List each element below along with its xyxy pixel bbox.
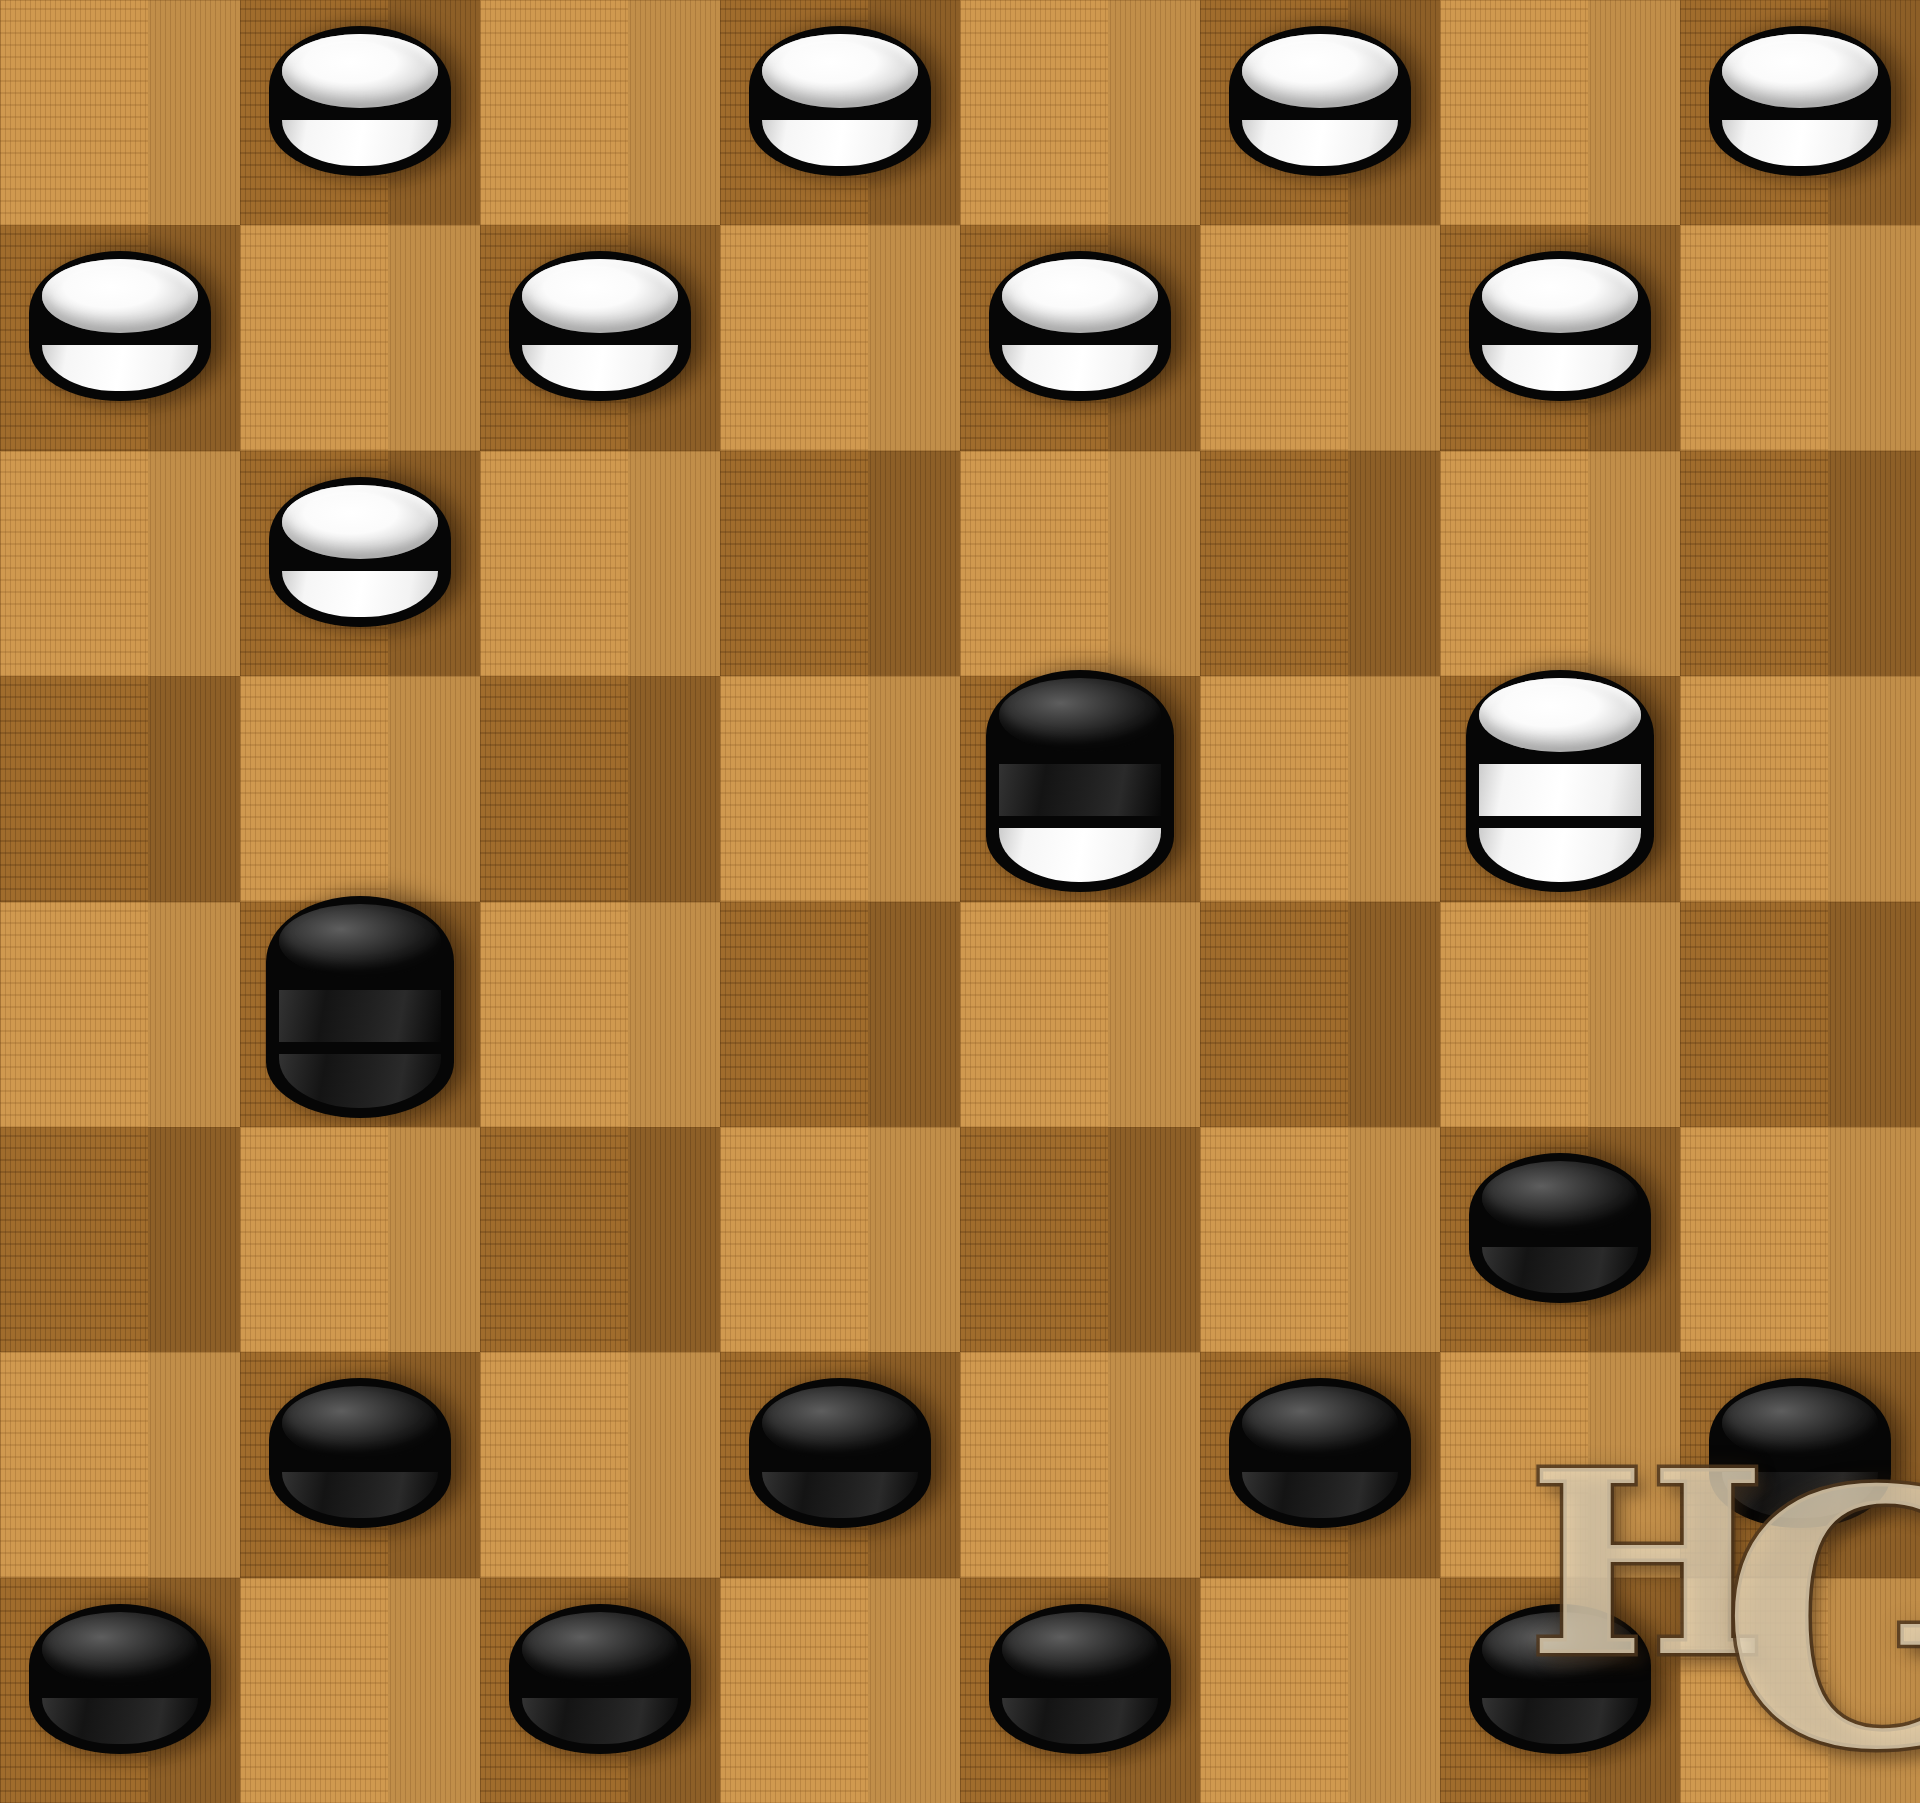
square-d1: [720, 1578, 961, 1803]
piece-white-b6[interactable]: [269, 477, 451, 627]
square-f4[interactable]: [1200, 902, 1441, 1128]
square-a5[interactable]: [0, 676, 241, 902]
square-c3[interactable]: [480, 1127, 721, 1353]
square-g4: [1440, 902, 1681, 1128]
white-disc-body: [282, 120, 438, 166]
piece-white-c7[interactable]: [509, 251, 691, 401]
black-disc-top-icon: [522, 1612, 678, 1686]
piece-black-over-white-e5[interactable]: [986, 670, 1174, 892]
square-b3: [240, 1127, 481, 1353]
square-a3[interactable]: [0, 1127, 241, 1353]
white-disc-body: [1479, 764, 1641, 816]
white-disc-top-icon: [1242, 34, 1398, 108]
piece-white-g7[interactable]: [1469, 251, 1651, 401]
white-disc-body: [1482, 345, 1638, 391]
black-disc-top-icon: [1482, 1161, 1638, 1235]
square-e2: [960, 1352, 1201, 1578]
square-f1: [1200, 1578, 1441, 1803]
square-h3: [1680, 1127, 1920, 1353]
piece-white-f8[interactable]: [1229, 26, 1411, 176]
white-disc-top-icon: [1722, 34, 1878, 108]
square-e6: [960, 451, 1201, 677]
piece-white-over-white-g5[interactable]: [1466, 670, 1654, 892]
white-disc-body: [1242, 120, 1398, 166]
square-g2: [1440, 1352, 1681, 1578]
square-h6[interactable]: [1680, 451, 1920, 677]
black-disc-body: [1722, 1472, 1878, 1518]
white-disc-top-icon: [1002, 259, 1158, 333]
square-f5: [1200, 676, 1441, 902]
piece-white-b8[interactable]: [269, 26, 451, 176]
square-b1: [240, 1578, 481, 1803]
black-disc-top-icon: [42, 1612, 198, 1686]
black-disc-top-icon: [279, 904, 441, 978]
white-disc-body: [282, 571, 438, 617]
piece-black-c1[interactable]: [509, 1604, 691, 1754]
square-f6[interactable]: [1200, 451, 1441, 677]
square-a2: [0, 1352, 241, 1578]
black-disc-body: [762, 1472, 918, 1518]
white-disc-top-icon: [1479, 678, 1641, 752]
black-disc-body: [1482, 1698, 1638, 1744]
square-g8: [1440, 0, 1681, 226]
black-disc-top-icon: [1722, 1386, 1878, 1460]
square-f7: [1200, 225, 1441, 451]
checkers-board: H G: [0, 0, 1920, 1803]
square-c5[interactable]: [480, 676, 721, 902]
piece-black-g3[interactable]: [1469, 1153, 1651, 1303]
piece-white-d8[interactable]: [749, 26, 931, 176]
black-disc-body: [1242, 1472, 1398, 1518]
black-disc-top-icon: [1482, 1612, 1638, 1686]
piece-black-g1[interactable]: [1469, 1604, 1651, 1754]
black-disc-body: [999, 764, 1161, 816]
square-h7: [1680, 225, 1920, 451]
black-disc-body: [282, 1472, 438, 1518]
white-disc-body: [999, 828, 1161, 882]
square-h4[interactable]: [1680, 902, 1920, 1128]
square-f3: [1200, 1127, 1441, 1353]
white-disc-top-icon: [282, 485, 438, 559]
piece-black-e1[interactable]: [989, 1604, 1171, 1754]
black-disc-top-icon: [999, 678, 1161, 752]
piece-white-h8[interactable]: [1709, 26, 1891, 176]
square-d5: [720, 676, 961, 902]
white-disc-body: [522, 345, 678, 391]
square-h5: [1680, 676, 1920, 902]
square-c8: [480, 0, 721, 226]
piece-black-b2[interactable]: [269, 1378, 451, 1528]
black-disc-body: [279, 990, 441, 1042]
square-a6: [0, 451, 241, 677]
square-a4: [0, 902, 241, 1128]
square-e8: [960, 0, 1201, 226]
square-c4: [480, 902, 721, 1128]
black-disc-top-icon: [762, 1386, 918, 1460]
square-b7: [240, 225, 481, 451]
black-disc-top-icon: [282, 1386, 438, 1460]
black-disc-body: [522, 1698, 678, 1744]
square-a8: [0, 0, 241, 226]
square-c2: [480, 1352, 721, 1578]
piece-white-e7[interactable]: [989, 251, 1171, 401]
square-b5: [240, 676, 481, 902]
white-disc-body: [762, 120, 918, 166]
square-e4: [960, 902, 1201, 1128]
piece-black-over-black-b4[interactable]: [266, 896, 454, 1118]
piece-black-a1[interactable]: [29, 1604, 211, 1754]
square-e3[interactable]: [960, 1127, 1201, 1353]
square-h1: [1680, 1578, 1920, 1803]
piece-black-d2[interactable]: [749, 1378, 931, 1528]
piece-black-f2[interactable]: [1229, 1378, 1411, 1528]
black-disc-body: [42, 1698, 198, 1744]
piece-black-h2[interactable]: [1709, 1378, 1891, 1528]
white-disc-body: [42, 345, 198, 391]
white-disc-top-icon: [522, 259, 678, 333]
white-disc-top-icon: [1482, 259, 1638, 333]
piece-white-a7[interactable]: [29, 251, 211, 401]
square-g6: [1440, 451, 1681, 677]
black-disc-top-icon: [1242, 1386, 1398, 1460]
square-d3: [720, 1127, 961, 1353]
white-disc-body: [1722, 120, 1878, 166]
square-c6: [480, 451, 721, 677]
white-disc-body: [1479, 828, 1641, 882]
white-disc-top-icon: [762, 34, 918, 108]
square-d4[interactable]: [720, 902, 961, 1128]
white-disc-top-icon: [282, 34, 438, 108]
white-disc-body: [1002, 345, 1158, 391]
black-disc-body: [1482, 1247, 1638, 1293]
black-disc-body: [1002, 1698, 1158, 1744]
white-disc-top-icon: [42, 259, 198, 333]
square-d7: [720, 225, 961, 451]
square-d6[interactable]: [720, 451, 961, 677]
black-disc-body: [279, 1054, 441, 1108]
black-disc-top-icon: [1002, 1612, 1158, 1686]
